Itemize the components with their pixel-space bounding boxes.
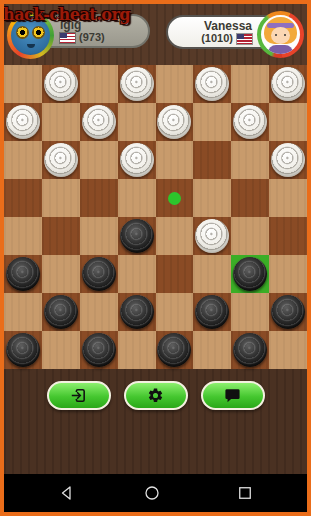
board-square[interactable] — [269, 293, 307, 331]
board-square[interactable] — [193, 217, 231, 255]
board-square — [80, 217, 118, 255]
board-square — [231, 217, 269, 255]
chat-button[interactable] — [201, 381, 265, 410]
board-square[interactable] — [156, 179, 194, 217]
black-piece[interactable] — [157, 333, 191, 367]
board-square — [42, 331, 80, 369]
board-square — [80, 141, 118, 179]
black-piece[interactable] — [44, 295, 78, 329]
app-screen: igig (973) Vanessa (1010) hack-cheat.org — [0, 0, 311, 516]
toolbar — [4, 381, 307, 410]
avatar-eye — [16, 26, 29, 39]
board-square[interactable] — [80, 179, 118, 217]
board-square[interactable] — [156, 103, 194, 141]
chat-icon — [224, 387, 241, 404]
board-square — [193, 103, 231, 141]
avatar-mouth — [27, 44, 35, 48]
board-square — [231, 141, 269, 179]
black-piece[interactable] — [120, 219, 154, 253]
move-hint-dot[interactable] — [168, 192, 181, 205]
watermark-text: hack-cheat.org — [3, 5, 130, 24]
black-piece[interactable] — [233, 333, 267, 367]
board-square[interactable] — [231, 179, 269, 217]
black-piece[interactable] — [6, 257, 40, 291]
black-piece[interactable] — [195, 295, 229, 329]
board-square — [156, 65, 194, 103]
board-square — [4, 293, 42, 331]
black-piece[interactable] — [82, 333, 116, 367]
board-square[interactable] — [156, 331, 194, 369]
black-piece[interactable] — [6, 333, 40, 367]
board-square[interactable] — [42, 65, 80, 103]
player-rating: (1010) — [201, 33, 233, 44]
avatar-right — [257, 11, 304, 58]
white-piece[interactable] — [120, 67, 154, 101]
board-square[interactable] — [80, 331, 118, 369]
board-square[interactable] — [118, 65, 156, 103]
white-piece[interactable] — [233, 105, 267, 139]
white-piece[interactable] — [271, 143, 305, 177]
white-piece[interactable] — [44, 67, 78, 101]
black-piece[interactable] — [233, 257, 267, 291]
white-piece[interactable] — [44, 143, 78, 177]
girl-avatar — [261, 15, 300, 54]
board-square — [269, 331, 307, 369]
board-square — [42, 103, 80, 141]
board-square[interactable] — [42, 141, 80, 179]
board-square — [80, 293, 118, 331]
board-square — [269, 103, 307, 141]
board-square — [42, 179, 80, 217]
board-square — [193, 255, 231, 293]
board-square — [231, 65, 269, 103]
board-square — [118, 255, 156, 293]
board-square[interactable] — [42, 217, 80, 255]
android-nav-bar — [4, 474, 307, 512]
board-square — [156, 141, 194, 179]
board-square[interactable] — [231, 331, 269, 369]
white-piece[interactable] — [6, 105, 40, 139]
board-square — [118, 179, 156, 217]
board-square[interactable] — [193, 141, 231, 179]
black-piece[interactable] — [82, 257, 116, 291]
board-square[interactable] — [269, 65, 307, 103]
player-name: Vanessa — [204, 20, 252, 32]
board-square — [118, 331, 156, 369]
board-square[interactable] — [4, 331, 42, 369]
board-square[interactable] — [4, 255, 42, 293]
exit-button[interactable] — [47, 381, 111, 410]
board-square[interactable] — [118, 217, 156, 255]
board-square[interactable] — [269, 141, 307, 179]
board-square[interactable] — [42, 293, 80, 331]
settings-button[interactable] — [124, 381, 188, 410]
board-square[interactable] — [118, 141, 156, 179]
board-square[interactable] — [4, 179, 42, 217]
white-piece[interactable] — [195, 219, 229, 253]
board-square — [4, 141, 42, 179]
black-piece[interactable] — [120, 295, 154, 329]
recents-square-icon[interactable] — [236, 484, 254, 502]
board-square-selected[interactable] — [231, 255, 269, 293]
black-piece[interactable] — [271, 295, 305, 329]
board-square — [80, 65, 118, 103]
board-square — [118, 103, 156, 141]
board-square[interactable] — [118, 293, 156, 331]
board-square[interactable] — [156, 255, 194, 293]
us-flag-icon — [237, 34, 252, 44]
avatar-shirt — [268, 45, 293, 54]
white-piece[interactable] — [157, 105, 191, 139]
board-square — [4, 217, 42, 255]
board-square[interactable] — [193, 65, 231, 103]
board-square[interactable] — [231, 103, 269, 141]
board-square — [269, 179, 307, 217]
board-square — [193, 179, 231, 217]
board-square — [269, 255, 307, 293]
white-piece[interactable] — [195, 67, 229, 101]
white-piece[interactable] — [120, 143, 154, 177]
board-square — [42, 255, 80, 293]
board — [4, 65, 307, 369]
board-square[interactable] — [269, 217, 307, 255]
board-square — [231, 293, 269, 331]
avatar-eye — [32, 26, 45, 39]
board-square[interactable] — [80, 255, 118, 293]
back-triangle-icon[interactable] — [58, 484, 76, 502]
home-circle-icon[interactable] — [143, 484, 161, 502]
avatar-face — [271, 27, 290, 44]
gear-icon — [147, 387, 164, 404]
board-square — [4, 65, 42, 103]
player-rating: (973) — [79, 32, 105, 43]
board-square — [156, 293, 194, 331]
exit-icon — [70, 387, 87, 404]
white-piece[interactable] — [82, 105, 116, 139]
board-square[interactable] — [80, 103, 118, 141]
board-square[interactable] — [193, 293, 231, 331]
board-square[interactable] — [4, 103, 42, 141]
board-square — [156, 217, 194, 255]
board-square — [193, 331, 231, 369]
white-piece[interactable] — [271, 67, 305, 101]
us-flag-icon — [60, 33, 75, 43]
